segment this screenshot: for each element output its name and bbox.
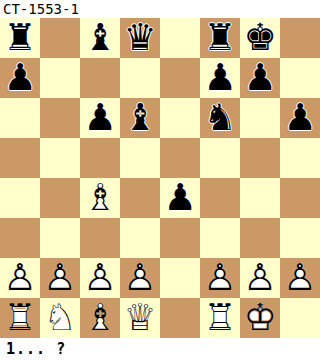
square-b3[interactable] — [40, 218, 80, 258]
piece-fill-glyph: ♞ — [40, 298, 80, 338]
move-prompt-bar: 1... ? — [0, 338, 320, 360]
piece-fill-glyph: ♟ — [40, 258, 80, 298]
piece-fill-glyph: ♝ — [80, 178, 120, 218]
square-d4[interactable] — [120, 178, 160, 218]
square-d6[interactable]: ♝ — [120, 98, 160, 138]
piece-outline-glyph: ♖ — [0, 298, 40, 338]
white-pawn-piece[interactable]: ♟♙ — [120, 258, 160, 298]
square-f6[interactable]: ♞ — [200, 98, 240, 138]
diagram-title: CT-1553-1 — [3, 1, 79, 17]
piece-glyph: ♟ — [80, 98, 120, 138]
square-f1[interactable]: ♜♖ — [200, 298, 240, 338]
square-h8[interactable] — [280, 18, 320, 58]
square-a3[interactable] — [0, 218, 40, 258]
piece-glyph: ♟ — [160, 178, 200, 218]
piece-outline-glyph: ♙ — [280, 258, 320, 298]
square-c6[interactable]: ♟ — [80, 98, 120, 138]
square-b6[interactable] — [40, 98, 80, 138]
chess-board: ♜♝♛♜♚♟♟♟♟♝♞♟♝♗♟♟♙♟♙♟♙♟♙♟♙♟♙♟♙♜♖♞♘♝♗♛♕♜♖♚… — [0, 18, 320, 338]
square-f5[interactable] — [200, 138, 240, 178]
square-g4[interactable] — [240, 178, 280, 218]
square-f8[interactable]: ♜ — [200, 18, 240, 58]
square-a8[interactable]: ♜ — [0, 18, 40, 58]
square-g3[interactable] — [240, 218, 280, 258]
square-b4[interactable] — [40, 178, 80, 218]
black-rook-piece[interactable]: ♜ — [200, 18, 240, 58]
piece-glyph: ♝ — [80, 18, 120, 58]
square-h2[interactable]: ♟♙ — [280, 258, 320, 298]
piece-outline-glyph: ♙ — [120, 258, 160, 298]
black-bishop-piece[interactable]: ♝ — [80, 18, 120, 58]
white-queen-piece[interactable]: ♛♕ — [120, 298, 160, 338]
white-rook-piece[interactable]: ♜♖ — [200, 298, 240, 338]
piece-glyph: ♚ — [240, 18, 280, 58]
square-b5[interactable] — [40, 138, 80, 178]
piece-outline-glyph: ♙ — [0, 258, 40, 298]
square-g1[interactable]: ♚♔ — [240, 298, 280, 338]
square-e1[interactable] — [160, 298, 200, 338]
square-g8[interactable]: ♚ — [240, 18, 280, 58]
square-a2[interactable]: ♟♙ — [0, 258, 40, 298]
square-a1[interactable]: ♜♖ — [0, 298, 40, 338]
piece-fill-glyph: ♟ — [200, 258, 240, 298]
square-h3[interactable] — [280, 218, 320, 258]
square-b2[interactable]: ♟♙ — [40, 258, 80, 298]
piece-glyph: ♜ — [0, 18, 40, 58]
square-c2[interactable]: ♟♙ — [80, 258, 120, 298]
square-f3[interactable] — [200, 218, 240, 258]
white-rook-piece[interactable]: ♜♖ — [0, 298, 40, 338]
black-rook-piece[interactable]: ♜ — [0, 18, 40, 58]
piece-outline-glyph: ♙ — [240, 258, 280, 298]
white-pawn-piece[interactable]: ♟♙ — [80, 258, 120, 298]
piece-fill-glyph: ♟ — [80, 258, 120, 298]
square-c7[interactable] — [80, 58, 120, 98]
piece-outline-glyph: ♔ — [240, 298, 280, 338]
square-b1[interactable]: ♞♘ — [40, 298, 80, 338]
square-e8[interactable] — [160, 18, 200, 58]
square-h6[interactable]: ♟ — [280, 98, 320, 138]
square-g7[interactable]: ♟ — [240, 58, 280, 98]
piece-glyph: ♝ — [120, 98, 160, 138]
black-bishop-piece[interactable]: ♝ — [120, 98, 160, 138]
square-c4[interactable]: ♝♗ — [80, 178, 120, 218]
square-d3[interactable] — [120, 218, 160, 258]
square-c1[interactable]: ♝♗ — [80, 298, 120, 338]
square-h1[interactable] — [280, 298, 320, 338]
black-pawn-piece[interactable]: ♟ — [80, 98, 120, 138]
white-pawn-piece[interactable]: ♟♙ — [240, 258, 280, 298]
square-f4[interactable] — [200, 178, 240, 218]
white-pawn-piece[interactable]: ♟♙ — [200, 258, 240, 298]
white-king-piece[interactable]: ♚♔ — [240, 298, 280, 338]
piece-glyph: ♜ — [200, 18, 240, 58]
piece-fill-glyph: ♚ — [240, 298, 280, 338]
white-pawn-piece[interactable]: ♟♙ — [40, 258, 80, 298]
piece-fill-glyph: ♜ — [200, 298, 240, 338]
square-e4[interactable]: ♟ — [160, 178, 200, 218]
piece-glyph: ♞ — [200, 98, 240, 138]
square-a7[interactable]: ♟ — [0, 58, 40, 98]
black-pawn-piece[interactable]: ♟ — [200, 58, 240, 98]
piece-fill-glyph: ♝ — [80, 298, 120, 338]
square-e5[interactable] — [160, 138, 200, 178]
title-bar: CT-1553-1 — [0, 0, 320, 18]
piece-glyph: ♟ — [240, 58, 280, 98]
white-bishop-piece[interactable]: ♝♗ — [80, 298, 120, 338]
piece-outline-glyph: ♗ — [80, 178, 120, 218]
square-e3[interactable] — [160, 218, 200, 258]
piece-outline-glyph: ♗ — [80, 298, 120, 338]
piece-fill-glyph: ♟ — [280, 258, 320, 298]
square-f2[interactable]: ♟♙ — [200, 258, 240, 298]
piece-fill-glyph: ♟ — [240, 258, 280, 298]
square-a5[interactable] — [0, 138, 40, 178]
square-h7[interactable] — [280, 58, 320, 98]
square-b8[interactable] — [40, 18, 80, 58]
black-pawn-piece[interactable]: ♟ — [240, 58, 280, 98]
piece-fill-glyph: ♜ — [0, 298, 40, 338]
square-e7[interactable] — [160, 58, 200, 98]
square-d8[interactable]: ♛ — [120, 18, 160, 58]
square-g6[interactable] — [240, 98, 280, 138]
piece-glyph: ♟ — [200, 58, 240, 98]
piece-outline-glyph: ♙ — [40, 258, 80, 298]
black-queen-piece[interactable]: ♛ — [120, 18, 160, 58]
piece-glyph: ♛ — [120, 18, 160, 58]
piece-fill-glyph: ♟ — [0, 258, 40, 298]
black-pawn-piece[interactable]: ♟ — [160, 178, 200, 218]
black-knight-piece[interactable]: ♞ — [200, 98, 240, 138]
piece-outline-glyph: ♖ — [200, 298, 240, 338]
white-pawn-piece[interactable]: ♟♙ — [280, 258, 320, 298]
square-e2[interactable] — [160, 258, 200, 298]
piece-fill-glyph: ♛ — [120, 298, 160, 338]
square-d1[interactable]: ♛♕ — [120, 298, 160, 338]
piece-outline-glyph: ♙ — [200, 258, 240, 298]
black-pawn-piece[interactable]: ♟ — [280, 98, 320, 138]
square-b7[interactable] — [40, 58, 80, 98]
square-c8[interactable]: ♝ — [80, 18, 120, 58]
square-a4[interactable] — [0, 178, 40, 218]
piece-outline-glyph: ♘ — [40, 298, 80, 338]
piece-glyph: ♟ — [280, 98, 320, 138]
square-f7[interactable]: ♟ — [200, 58, 240, 98]
white-pawn-piece[interactable]: ♟♙ — [0, 258, 40, 298]
piece-outline-glyph: ♙ — [80, 258, 120, 298]
square-d7[interactable] — [120, 58, 160, 98]
square-h5[interactable] — [280, 138, 320, 178]
square-g5[interactable] — [240, 138, 280, 178]
square-c3[interactable] — [80, 218, 120, 258]
move-prompt: 1... ? — [6, 340, 66, 358]
square-a6[interactable] — [0, 98, 40, 138]
square-c5[interactable] — [80, 138, 120, 178]
black-pawn-piece[interactable]: ♟ — [0, 58, 40, 98]
square-h4[interactable] — [280, 178, 320, 218]
white-knight-piece[interactable]: ♞♘ — [40, 298, 80, 338]
black-king-piece[interactable]: ♚ — [240, 18, 280, 58]
square-e6[interactable] — [160, 98, 200, 138]
square-g2[interactable]: ♟♙ — [240, 258, 280, 298]
piece-glyph: ♟ — [0, 58, 40, 98]
square-d5[interactable] — [120, 138, 160, 178]
square-d2[interactable]: ♟♙ — [120, 258, 160, 298]
white-bishop-piece[interactable]: ♝♗ — [80, 178, 120, 218]
piece-fill-glyph: ♟ — [120, 258, 160, 298]
piece-outline-glyph: ♕ — [120, 298, 160, 338]
